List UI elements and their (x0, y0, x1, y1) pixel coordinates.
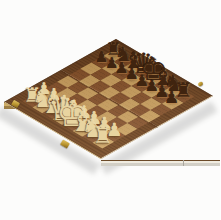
box-side-right (101, 160, 221, 167)
chess-set-photo: ♜♞♟♝♟♛♟♚♟♝♟♞♟♟♜♟♟♜♟♟♞♟♝♟♛♟♚♟♝♟♞♜ (0, 0, 220, 220)
piece-black-pawn[interactable]: ♟ (152, 90, 192, 107)
piece-white-rook[interactable]: ♜ (83, 124, 123, 147)
fold-seam-side (183, 160, 185, 167)
